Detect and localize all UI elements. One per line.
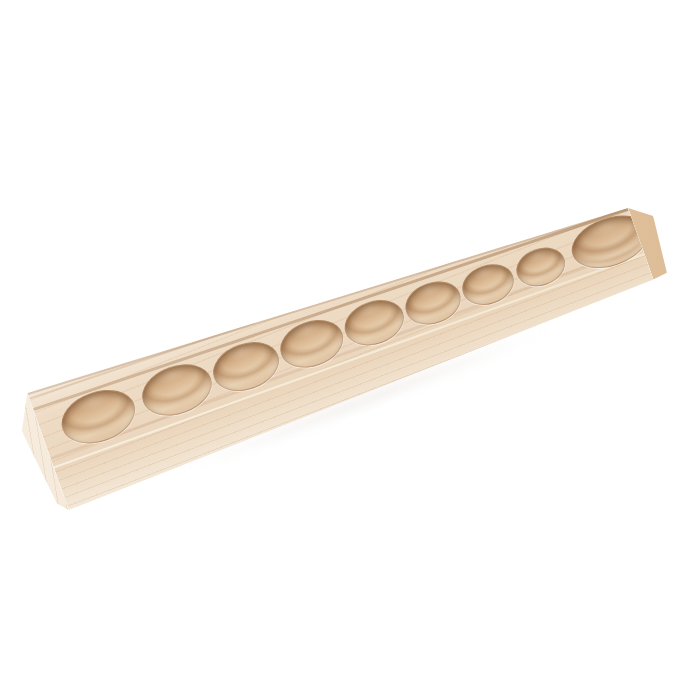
mancala-board: [3, 166, 690, 538]
product-photo-canvas: [0, 0, 700, 700]
